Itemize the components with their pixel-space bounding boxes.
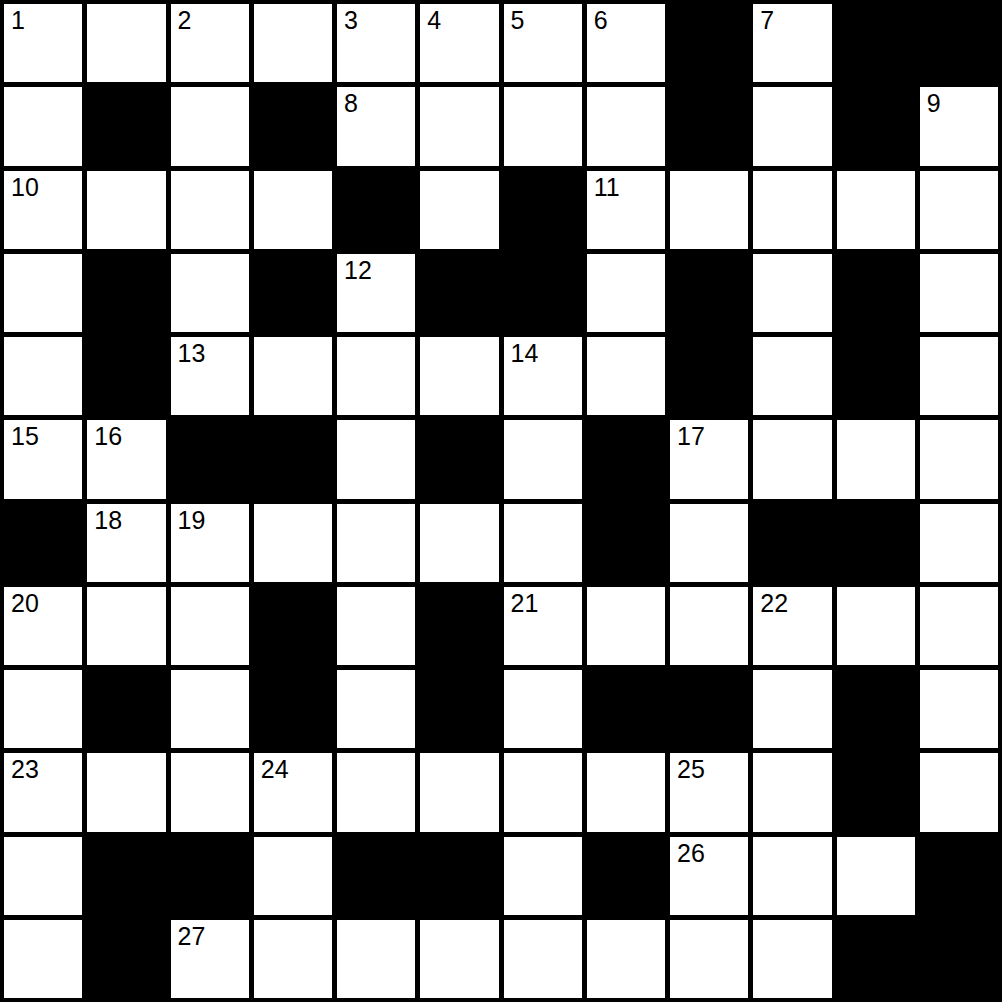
block-cell-r6c10 [837, 504, 915, 582]
cell-r2c10[interactable] [837, 171, 915, 249]
crossword-grid: 1234567891011121314151617181920212223242… [0, 0, 1002, 1002]
cell-r1c6[interactable] [504, 87, 582, 165]
clue-number-12: 12 [344, 257, 372, 285]
cell-r0c5[interactable]: 4 [420, 4, 498, 82]
block-cell-r7c5 [420, 587, 498, 665]
cell-r11c3[interactable] [254, 920, 332, 998]
cell-r2c0[interactable]: 10 [4, 171, 82, 249]
clue-number-21: 21 [511, 590, 539, 618]
block-cell-r5c7 [587, 420, 665, 498]
cell-r3c9[interactable] [753, 254, 831, 332]
cell-r5c11[interactable] [920, 420, 998, 498]
block-cell-r3c10 [837, 254, 915, 332]
cell-r4c11[interactable] [920, 337, 998, 415]
cell-r1c9[interactable] [753, 87, 831, 165]
cell-r2c9[interactable] [753, 171, 831, 249]
block-cell-r1c1 [87, 87, 165, 165]
cell-r9c8[interactable]: 25 [670, 753, 748, 831]
cell-r9c4[interactable] [337, 753, 415, 831]
block-cell-r6c0 [4, 504, 82, 582]
block-cell-r1c10 [837, 87, 915, 165]
cell-r8c11[interactable] [920, 670, 998, 748]
cell-r7c2[interactable] [171, 587, 249, 665]
cell-r8c4[interactable] [337, 670, 415, 748]
cell-r2c1[interactable] [87, 171, 165, 249]
cell-r4c9[interactable] [753, 337, 831, 415]
cell-r2c5[interactable] [420, 171, 498, 249]
cell-r10c6[interactable] [504, 837, 582, 915]
clue-number-11: 11 [594, 174, 620, 202]
clue-number-8: 8 [344, 90, 358, 118]
clue-number-4: 4 [427, 7, 441, 35]
cell-r7c7[interactable] [587, 587, 665, 665]
cell-r10c8[interactable]: 26 [670, 837, 748, 915]
cell-r6c4[interactable] [337, 504, 415, 582]
clue-number-3: 3 [344, 7, 358, 35]
cell-r7c11[interactable] [920, 587, 998, 665]
cell-r8c6[interactable] [504, 670, 582, 748]
block-cell-r8c3 [254, 670, 332, 748]
cell-r2c3[interactable] [254, 171, 332, 249]
clue-number-26: 26 [677, 840, 705, 868]
cell-r9c9[interactable] [753, 753, 831, 831]
block-cell-r4c10 [837, 337, 915, 415]
block-cell-r0c10 [837, 4, 915, 82]
block-cell-r6c7 [587, 504, 665, 582]
cell-r5c8[interactable]: 17 [670, 420, 748, 498]
cell-r7c6[interactable]: 21 [504, 587, 582, 665]
clue-number-14: 14 [511, 340, 539, 368]
cell-r0c9[interactable]: 7 [753, 4, 831, 82]
block-cell-r8c5 [420, 670, 498, 748]
cell-r4c0[interactable] [4, 337, 82, 415]
cell-r10c3[interactable] [254, 837, 332, 915]
cell-r11c6[interactable] [504, 920, 582, 998]
cell-r11c0[interactable] [4, 920, 82, 998]
cell-r5c0[interactable]: 15 [4, 420, 82, 498]
cell-r0c3[interactable] [254, 4, 332, 82]
cell-r5c1[interactable]: 16 [87, 420, 165, 498]
cell-r1c4[interactable]: 8 [337, 87, 415, 165]
block-cell-r1c8 [670, 87, 748, 165]
cell-r5c4[interactable] [337, 420, 415, 498]
cell-r4c4[interactable] [337, 337, 415, 415]
block-cell-r1c3 [254, 87, 332, 165]
cell-r0c2[interactable]: 2 [171, 4, 249, 82]
block-cell-r5c2 [171, 420, 249, 498]
block-cell-r2c4 [337, 171, 415, 249]
clue-number-2: 2 [178, 7, 192, 35]
cell-r1c2[interactable] [171, 87, 249, 165]
clue-number-5: 5 [511, 7, 525, 35]
block-cell-r5c5 [420, 420, 498, 498]
cell-r5c6[interactable] [504, 420, 582, 498]
clue-number-7: 7 [760, 7, 774, 35]
cell-r2c11[interactable] [920, 171, 998, 249]
cell-r4c6[interactable]: 14 [504, 337, 582, 415]
clue-number-25: 25 [677, 756, 705, 784]
block-cell-r3c3 [254, 254, 332, 332]
cell-r6c8[interactable] [670, 504, 748, 582]
block-cell-r8c8 [670, 670, 748, 748]
cell-r7c4[interactable] [337, 587, 415, 665]
cell-r3c7[interactable] [587, 254, 665, 332]
clue-number-9: 9 [927, 90, 941, 118]
clue-number-27: 27 [178, 923, 206, 951]
cell-r6c1[interactable]: 18 [87, 504, 165, 582]
block-cell-r10c1 [87, 837, 165, 915]
cell-r11c2[interactable]: 27 [171, 920, 249, 998]
block-cell-r3c5 [420, 254, 498, 332]
cell-r3c4[interactable]: 12 [337, 254, 415, 332]
block-cell-r0c11 [920, 4, 998, 82]
cell-r1c11[interactable]: 9 [920, 87, 998, 165]
block-cell-r8c1 [87, 670, 165, 748]
cell-r4c7[interactable] [587, 337, 665, 415]
cell-r11c9[interactable] [753, 920, 831, 998]
cell-r11c7[interactable] [587, 920, 665, 998]
block-cell-r11c10 [837, 920, 915, 998]
clue-number-22: 22 [760, 590, 788, 618]
cell-r11c4[interactable] [337, 920, 415, 998]
block-cell-r5c3 [254, 420, 332, 498]
cell-r9c1[interactable] [87, 753, 165, 831]
cell-r9c3[interactable]: 24 [254, 753, 332, 831]
cell-r10c10[interactable] [837, 837, 915, 915]
cell-r4c3[interactable] [254, 337, 332, 415]
cell-r3c0[interactable] [4, 254, 82, 332]
cell-r0c0[interactable]: 1 [4, 4, 82, 82]
cell-r10c0[interactable] [4, 837, 82, 915]
cell-r2c7[interactable]: 11 [587, 171, 665, 249]
cell-r11c5[interactable] [420, 920, 498, 998]
block-cell-r10c7 [587, 837, 665, 915]
cell-r7c0[interactable]: 20 [4, 587, 82, 665]
block-cell-r4c8 [670, 337, 748, 415]
cell-r9c7[interactable] [587, 753, 665, 831]
cell-r5c10[interactable] [837, 420, 915, 498]
cell-r9c5[interactable] [420, 753, 498, 831]
block-cell-r3c1 [87, 254, 165, 332]
cell-r6c2[interactable]: 19 [171, 504, 249, 582]
cell-r0c4[interactable]: 3 [337, 4, 415, 82]
clue-number-13: 13 [178, 340, 206, 368]
cell-r7c1[interactable] [87, 587, 165, 665]
cell-r0c7[interactable]: 6 [587, 4, 665, 82]
block-cell-r0c8 [670, 4, 748, 82]
cell-r3c11[interactable] [920, 254, 998, 332]
clue-number-24: 24 [261, 756, 289, 784]
clue-number-19: 19 [178, 507, 206, 535]
block-cell-r2c6 [504, 171, 582, 249]
clue-number-15: 15 [11, 423, 39, 451]
cell-r5c9[interactable] [753, 420, 831, 498]
block-cell-r3c6 [504, 254, 582, 332]
clue-number-16: 16 [94, 423, 122, 451]
clue-number-10: 10 [11, 174, 39, 202]
cell-r8c2[interactable] [171, 670, 249, 748]
block-cell-r10c5 [420, 837, 498, 915]
cell-r2c2[interactable] [171, 171, 249, 249]
block-cell-r3c8 [670, 254, 748, 332]
clue-number-23: 23 [11, 756, 39, 784]
block-cell-r4c1 [87, 337, 165, 415]
block-cell-r7c3 [254, 587, 332, 665]
cell-r1c0[interactable] [4, 87, 82, 165]
block-cell-r8c10 [837, 670, 915, 748]
block-cell-r10c4 [337, 837, 415, 915]
cell-r9c0[interactable]: 23 [4, 753, 82, 831]
block-cell-r10c2 [171, 837, 249, 915]
block-cell-r11c1 [87, 920, 165, 998]
cell-r6c11[interactable] [920, 504, 998, 582]
cell-r7c10[interactable] [837, 587, 915, 665]
cell-r3c2[interactable] [171, 254, 249, 332]
cell-r8c9[interactable] [753, 670, 831, 748]
cell-r6c3[interactable] [254, 504, 332, 582]
clue-number-20: 20 [11, 590, 39, 618]
cell-r9c2[interactable] [171, 753, 249, 831]
block-cell-r10c11 [920, 837, 998, 915]
cell-r4c5[interactable] [420, 337, 498, 415]
cell-r7c8[interactable] [670, 587, 748, 665]
cell-r9c6[interactable] [504, 753, 582, 831]
cell-r9c11[interactable] [920, 753, 998, 831]
clue-number-6: 6 [594, 7, 608, 35]
cell-r10c9[interactable] [753, 837, 831, 915]
cell-r2c8[interactable] [670, 171, 748, 249]
cell-r6c5[interactable] [420, 504, 498, 582]
block-cell-r6c9 [753, 504, 831, 582]
block-cell-r8c7 [587, 670, 665, 748]
cell-r1c5[interactable] [420, 87, 498, 165]
cell-r8c0[interactable] [4, 670, 82, 748]
cell-r7c9[interactable]: 22 [753, 587, 831, 665]
cell-r0c6[interactable]: 5 [504, 4, 582, 82]
cell-r0c1[interactable] [87, 4, 165, 82]
cell-r4c2[interactable]: 13 [171, 337, 249, 415]
block-cell-r11c11 [920, 920, 998, 998]
clue-number-1: 1 [11, 7, 25, 35]
cell-r11c8[interactable] [670, 920, 748, 998]
cell-r6c6[interactable] [504, 504, 582, 582]
cell-r1c7[interactable] [587, 87, 665, 165]
block-cell-r9c10 [837, 753, 915, 831]
clue-number-18: 18 [94, 507, 122, 535]
clue-number-17: 17 [677, 423, 705, 451]
